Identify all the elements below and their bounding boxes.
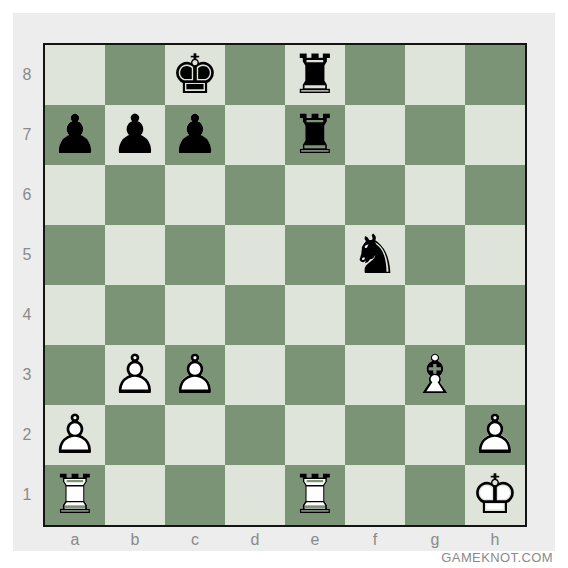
square-f5[interactable]: ♘♞: [345, 225, 405, 285]
square-b6[interactable]: [105, 165, 165, 225]
square-a3[interactable]: [45, 345, 105, 405]
square-d6[interactable]: [225, 165, 285, 225]
file-label-b: b: [105, 529, 165, 551]
rank-label-4: 4: [14, 285, 40, 345]
square-e3[interactable]: [285, 345, 345, 405]
white-piece-outline: ♖: [45, 465, 105, 525]
square-b8[interactable]: [105, 45, 165, 105]
piece-white-bishop-icon[interactable]: ♝♗: [405, 345, 465, 405]
square-a5[interactable]: [45, 225, 105, 285]
square-g6[interactable]: [405, 165, 465, 225]
white-piece-outline: ♗: [405, 345, 465, 405]
rank-label-3: 3: [14, 345, 40, 405]
file-label-c: c: [165, 529, 225, 551]
rank-label-1: 1: [14, 465, 40, 525]
square-a6[interactable]: [45, 165, 105, 225]
watermark-gameknot: GAMEKNOT.COM: [441, 550, 553, 565]
square-b4[interactable]: [105, 285, 165, 345]
piece-white-pawn-icon[interactable]: ♟♙: [105, 345, 165, 405]
chess-board[interactable]: ♔♚♖♜♙♟♙♟♙♟♖♜♘♞♟♙♟♙♝♗♟♙♟♙♜♖♜♖♚♔: [43, 43, 527, 527]
square-h2[interactable]: ♟♙: [465, 405, 525, 465]
piece-black-rook-icon[interactable]: ♖♜: [285, 45, 345, 105]
black-piece-fill: ♟: [105, 105, 165, 165]
square-e6[interactable]: [285, 165, 345, 225]
white-piece-outline: ♔: [465, 465, 525, 525]
piece-white-rook-icon[interactable]: ♜♖: [45, 465, 105, 525]
file-label-e: e: [285, 529, 345, 551]
white-piece-outline: ♙: [465, 405, 525, 465]
square-h8[interactable]: [465, 45, 525, 105]
black-piece-fill: ♜: [285, 105, 345, 165]
rank-label-7: 7: [14, 105, 40, 165]
square-d8[interactable]: [225, 45, 285, 105]
square-h6[interactable]: [465, 165, 525, 225]
white-piece-outline: ♖: [285, 465, 345, 525]
square-d7[interactable]: [225, 105, 285, 165]
square-e8[interactable]: ♖♜: [285, 45, 345, 105]
file-label-h: h: [465, 529, 525, 551]
file-label-d: d: [225, 529, 285, 551]
piece-black-knight-icon[interactable]: ♘♞: [345, 225, 405, 285]
piece-black-pawn-icon[interactable]: ♙♟: [45, 105, 105, 165]
square-c1[interactable]: [165, 465, 225, 525]
square-e5[interactable]: [285, 225, 345, 285]
rank-label-2: 2: [14, 405, 40, 465]
piece-black-pawn-icon[interactable]: ♙♟: [165, 105, 225, 165]
square-a2[interactable]: ♟♙: [45, 405, 105, 465]
square-d5[interactable]: [225, 225, 285, 285]
rank-labels: 87654321: [14, 45, 40, 525]
file-label-f: f: [345, 529, 405, 551]
rank-label-5: 5: [14, 225, 40, 285]
square-f4[interactable]: [345, 285, 405, 345]
piece-black-king-icon[interactable]: ♔♚: [165, 45, 225, 105]
piece-white-pawn-icon[interactable]: ♟♙: [165, 345, 225, 405]
square-g7[interactable]: [405, 105, 465, 165]
square-d1[interactable]: [225, 465, 285, 525]
square-c7[interactable]: ♙♟: [165, 105, 225, 165]
square-g5[interactable]: [405, 225, 465, 285]
file-label-g: g: [405, 529, 465, 551]
square-b3[interactable]: ♟♙: [105, 345, 165, 405]
square-c6[interactable]: [165, 165, 225, 225]
rank-label-8: 8: [14, 45, 40, 105]
square-f7[interactable]: [345, 105, 405, 165]
square-c2[interactable]: [165, 405, 225, 465]
square-g3[interactable]: ♝♗: [405, 345, 465, 405]
square-d3[interactable]: [225, 345, 285, 405]
square-h4[interactable]: [465, 285, 525, 345]
square-b2[interactable]: [105, 405, 165, 465]
square-h1[interactable]: ♚♔: [465, 465, 525, 525]
square-g4[interactable]: [405, 285, 465, 345]
square-f6[interactable]: [345, 165, 405, 225]
square-b1[interactable]: [105, 465, 165, 525]
square-c4[interactable]: [165, 285, 225, 345]
piece-white-king-icon[interactable]: ♚♔: [465, 465, 525, 525]
square-g8[interactable]: [405, 45, 465, 105]
black-piece-fill: ♟: [45, 105, 105, 165]
square-e2[interactable]: [285, 405, 345, 465]
black-piece-fill: ♟: [165, 105, 225, 165]
square-f2[interactable]: [345, 405, 405, 465]
square-e1[interactable]: ♜♖: [285, 465, 345, 525]
square-a4[interactable]: [45, 285, 105, 345]
square-f1[interactable]: [345, 465, 405, 525]
file-label-a: a: [45, 529, 105, 551]
square-f8[interactable]: [345, 45, 405, 105]
piece-white-pawn-icon[interactable]: ♟♙: [45, 405, 105, 465]
square-b5[interactable]: [105, 225, 165, 285]
file-labels: abcdefgh: [45, 529, 525, 551]
piece-black-pawn-icon[interactable]: ♙♟: [105, 105, 165, 165]
square-c3[interactable]: ♟♙: [165, 345, 225, 405]
square-e7[interactable]: ♖♜: [285, 105, 345, 165]
square-a7[interactable]: ♙♟: [45, 105, 105, 165]
square-d2[interactable]: [225, 405, 285, 465]
square-h3[interactable]: [465, 345, 525, 405]
square-b7[interactable]: ♙♟: [105, 105, 165, 165]
square-a8[interactable]: [45, 45, 105, 105]
square-d4[interactable]: [225, 285, 285, 345]
square-c8[interactable]: ♔♚: [165, 45, 225, 105]
white-piece-outline: ♙: [45, 405, 105, 465]
square-g1[interactable]: [405, 465, 465, 525]
white-piece-outline: ♙: [105, 345, 165, 405]
square-g2[interactable]: [405, 405, 465, 465]
square-f3[interactable]: [345, 345, 405, 405]
square-e4[interactable]: [285, 285, 345, 345]
black-piece-fill: ♚: [165, 45, 225, 105]
piece-black-rook-icon[interactable]: ♖♜: [285, 105, 345, 165]
white-piece-outline: ♙: [165, 345, 225, 405]
square-h5[interactable]: [465, 225, 525, 285]
piece-white-pawn-icon[interactable]: ♟♙: [465, 405, 525, 465]
square-h7[interactable]: [465, 105, 525, 165]
square-c5[interactable]: [165, 225, 225, 285]
black-piece-fill: ♜: [285, 45, 345, 105]
rank-label-6: 6: [14, 165, 40, 225]
black-piece-fill: ♞: [345, 225, 405, 285]
square-a1[interactable]: ♜♖: [45, 465, 105, 525]
piece-white-rook-icon[interactable]: ♜♖: [285, 465, 345, 525]
